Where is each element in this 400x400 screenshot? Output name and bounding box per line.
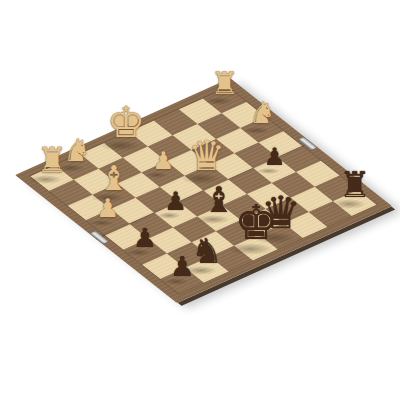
knight-glyph: ♞ bbox=[249, 99, 276, 129]
white-rook-a1[interactable]: ♜ bbox=[193, 68, 257, 99]
black-pawn-h8[interactable]: ♟ bbox=[150, 253, 214, 280]
king-glyph: ♚ bbox=[107, 101, 145, 144]
rook-glyph: ♜ bbox=[211, 68, 239, 99]
black-pawn-b5[interactable]: ♟ bbox=[243, 145, 307, 169]
white-queen-d4[interactable]: ♛ bbox=[175, 135, 239, 177]
white-knight-a3[interactable]: ♞ bbox=[230, 99, 294, 129]
queen-glyph: ♛ bbox=[188, 135, 225, 177]
rook-glyph: ♜ bbox=[339, 167, 371, 202]
product-photo: ♜♚♞♜♞♟♝♛♟♟♟♝♟♛♚♞♟♜ bbox=[0, 0, 400, 400]
white-bishop-g3[interactable]: ♝ bbox=[82, 161, 146, 195]
king-glyph: ♚ bbox=[235, 198, 278, 246]
pawn-glyph: ♟ bbox=[170, 253, 194, 280]
pawn-glyph: ♟ bbox=[164, 189, 187, 214]
rook-glyph: ♜ bbox=[37, 143, 68, 177]
black-rook-a8[interactable]: ♜ bbox=[323, 167, 387, 202]
pawn-glyph: ♟ bbox=[152, 149, 174, 173]
white-pawn-h4[interactable]: ♟ bbox=[76, 196, 140, 222]
pawn-glyph: ♟ bbox=[264, 145, 286, 169]
white-rook-h1[interactable]: ♜ bbox=[20, 143, 84, 177]
bishop-glyph: ♝ bbox=[99, 161, 130, 195]
pawn-glyph: ♟ bbox=[133, 225, 157, 251]
pawn-glyph: ♟ bbox=[96, 196, 119, 222]
black-pawn-h6[interactable]: ♟ bbox=[113, 225, 177, 251]
